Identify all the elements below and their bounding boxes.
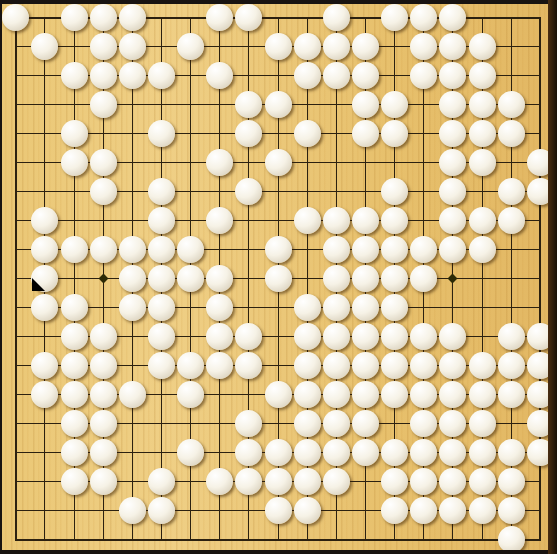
stone-white[interactable] [323,4,350,31]
stone-white[interactable] [294,62,321,89]
stone-white[interactable] [381,207,408,234]
stone-white[interactable] [381,120,408,147]
stone-white[interactable] [90,149,117,176]
stone-white[interactable] [469,33,496,60]
stone-white[interactable] [498,381,525,408]
stone-white[interactable] [352,33,379,60]
stone-white[interactable] [381,497,408,524]
stone-white[interactable] [352,352,379,379]
stone-white[interactable] [265,265,292,292]
stone-white[interactable] [265,149,292,176]
stone-white[interactable] [265,439,292,466]
stone-white[interactable] [498,497,525,524]
stone-white[interactable] [148,497,175,524]
stone-white[interactable] [177,236,204,263]
stone-white[interactable] [294,323,321,350]
stone-white[interactable] [469,236,496,263]
frame-edge-top [0,0,557,4]
stone-white[interactable] [90,236,117,263]
stone-white[interactable] [352,207,379,234]
stone-white[interactable] [61,439,88,466]
frame-edge-bottom [0,550,557,554]
stone-white[interactable] [148,236,175,263]
stone-white[interactable] [469,381,496,408]
stone-white[interactable] [498,439,525,466]
stone-white[interactable] [323,236,350,263]
stone-white[interactable] [148,120,175,147]
stone-white[interactable] [294,33,321,60]
stone-white[interactable] [177,439,204,466]
stone-white[interactable] [61,149,88,176]
stone-white[interactable] [119,62,146,89]
stone-white[interactable] [265,497,292,524]
stone-white[interactable] [294,439,321,466]
stone-white[interactable] [381,439,408,466]
stone-white[interactable] [469,120,496,147]
stone-white[interactable] [323,62,350,89]
stone-white[interactable] [498,352,525,379]
stone-white[interactable] [177,381,204,408]
stone-white[interactable] [90,323,117,350]
stone-white[interactable] [90,352,117,379]
stone-white[interactable] [148,323,175,350]
stone-white[interactable] [177,33,204,60]
stone-white[interactable] [148,265,175,292]
stone-white[interactable] [177,265,204,292]
stone-white[interactable] [323,265,350,292]
stone-white[interactable] [61,410,88,437]
stone-white[interactable] [90,381,117,408]
stone-white[interactable] [381,294,408,321]
stone-white[interactable] [265,381,292,408]
stone-white[interactable] [90,439,117,466]
stone-white[interactable] [323,207,350,234]
stone-white[interactable] [294,497,321,524]
stone-white[interactable] [469,352,496,379]
frame-edge-left [0,0,2,554]
stone-white[interactable] [148,207,175,234]
stone-white[interactable] [498,178,525,205]
stone-white[interactable] [323,381,350,408]
stone-white[interactable] [61,236,88,263]
stone-white[interactable] [61,120,88,147]
stone-white[interactable] [323,323,350,350]
stone-white[interactable] [265,468,292,495]
stone-white[interactable] [381,236,408,263]
stone-white[interactable] [148,294,175,321]
frame-edge-right [548,0,557,554]
stone-white[interactable] [469,497,496,524]
stone-white[interactable] [352,62,379,89]
stone-white[interactable] [61,62,88,89]
stone-white[interactable] [119,265,146,292]
stone-white[interactable] [352,120,379,147]
stone-white[interactable] [119,4,146,31]
stone-white[interactable] [469,91,496,118]
stone-white[interactable] [498,323,525,350]
stone-white[interactable] [90,410,117,437]
stone-white[interactable] [323,352,350,379]
grid-line-v [15,17,17,541]
stone-white[interactable] [352,265,379,292]
stone-white[interactable] [90,33,117,60]
stone-white[interactable] [119,497,146,524]
stone-white[interactable] [294,294,321,321]
stone-white[interactable] [90,4,117,31]
stone-white[interactable] [119,381,146,408]
stone-white[interactable] [498,207,525,234]
stone-white[interactable] [323,294,350,321]
go-board [0,0,557,554]
stone-white[interactable] [381,381,408,408]
stone-white[interactable] [61,323,88,350]
stone-white[interactable] [294,468,321,495]
stone-white[interactable] [323,410,350,437]
stone-white[interactable] [148,62,175,89]
stone-white[interactable] [381,352,408,379]
stone-white[interactable] [61,352,88,379]
stone-white[interactable] [265,33,292,60]
stone-white[interactable] [294,410,321,437]
stone-white[interactable] [177,352,204,379]
stone-white[interactable] [381,265,408,292]
stone-white[interactable] [498,526,525,553]
stone-white[interactable] [469,439,496,466]
stone-white[interactable] [265,236,292,263]
stone-white[interactable] [294,381,321,408]
stone-white[interactable] [498,468,525,495]
stone-white[interactable] [265,91,292,118]
stone-white[interactable] [294,120,321,147]
stone-white[interactable] [90,62,117,89]
stone-white[interactable] [352,91,379,118]
stone-white[interactable] [381,323,408,350]
stone-white[interactable] [469,207,496,234]
stone-white[interactable] [61,468,88,495]
stone-white[interactable] [61,294,88,321]
stone-white[interactable] [469,149,496,176]
stone-white[interactable] [148,352,175,379]
stone-white[interactable] [119,33,146,60]
stone-white[interactable] [323,468,350,495]
stone-white[interactable] [294,207,321,234]
stone-white[interactable] [498,120,525,147]
stone-white[interactable] [352,236,379,263]
stone-white[interactable] [90,91,117,118]
stone-white[interactable] [469,410,496,437]
stone-white[interactable] [90,468,117,495]
stone-white[interactable] [469,62,496,89]
stone-white[interactable] [323,439,350,466]
stone-white[interactable] [294,352,321,379]
stone-white[interactable] [381,178,408,205]
stone-white[interactable] [352,410,379,437]
stone-white[interactable] [352,439,379,466]
stone-white[interactable] [498,91,525,118]
stone-white[interactable] [61,4,88,31]
stone-white[interactable] [323,33,350,60]
stone-white[interactable] [381,468,408,495]
stone-white[interactable] [352,294,379,321]
stone-white[interactable] [148,178,175,205]
stone-white[interactable] [148,468,175,495]
stone-white[interactable] [469,468,496,495]
stone-white[interactable] [90,178,117,205]
stone-white[interactable] [119,236,146,263]
stone-white[interactable] [352,323,379,350]
stone-white[interactable] [119,294,146,321]
triangle-marker [32,278,45,291]
stone-white[interactable] [352,381,379,408]
stone-white[interactable] [381,91,408,118]
stone-white[interactable] [61,381,88,408]
stone-white[interactable] [381,4,408,31]
